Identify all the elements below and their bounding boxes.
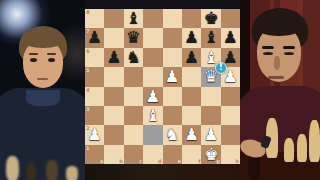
file-label-b: b [119,158,123,164]
square-a5: 5 [85,67,104,86]
white-pawn-a2: ♟ [85,125,104,144]
move-annotation-badge: ! [215,62,227,74]
player-eye [284,52,294,55]
black-bishop-c8: ♝ [124,9,143,28]
square-d7 [143,28,162,47]
player-brow [283,46,295,49]
square-f1: f [182,145,201,164]
square-d6 [143,48,162,67]
rank-label-1: 1 [86,145,89,151]
square-h7: ♟ [221,28,240,47]
black-king-g8: ♚ [201,9,220,28]
wooden-pawn-piece [297,134,307,162]
square-a1: 1a [85,145,104,164]
square-a4: 4 [85,87,104,106]
square-f3 [182,106,201,125]
rank-label-3: 3 [86,106,89,112]
square-b5 [104,67,123,86]
square-g2: ♟ [201,125,220,144]
square-d4: ♟ [143,87,162,106]
square-a2: 2♟ [85,125,104,144]
square-a3: 3 [85,106,104,125]
square-b1: b [104,145,123,164]
square-d1: d [143,145,162,164]
file-label-d: d [158,158,162,164]
square-d5 [143,67,162,86]
white-bishop-d3: ♝ [143,106,162,125]
player-brow [29,53,38,55]
white-pawn-f2: ♟ [182,125,201,144]
player-brow [262,46,274,49]
rank-label-6: 6 [86,48,89,54]
square-c6: ♞ [124,48,143,67]
square-h8 [221,9,240,28]
left-photo-young-player [0,0,85,180]
square-h2 [221,125,240,144]
square-b4 [104,87,123,106]
video-thumbnail: 8♝♚7♟♛♟♝♟6♟♞♟♝♟5♟♛♟4♟3♝2♟♞♟♟1abcdefg♚h! [0,0,320,180]
square-f4 [182,87,201,106]
player-fringe [22,34,64,48]
black-pawn-f7: ♟ [182,28,201,47]
rank-label-5: 5 [86,67,89,73]
square-f7: ♟ [182,28,201,47]
square-e8 [163,9,182,28]
chess-board: 8♝♚7♟♛♟♝♟6♟♞♟♝♟5♟♛♟4♟3♝2♟♞♟♟1abcdefg♚h! [85,9,240,164]
square-c3 [124,106,143,125]
blurred-chess-piece [6,156,19,180]
player-eye [263,52,273,55]
square-c7: ♛ [124,28,143,47]
square-c1: c [124,145,143,164]
square-a8: 8 [85,9,104,28]
square-b3 [104,106,123,125]
square-e1: e [163,145,182,164]
square-d2 [143,125,162,144]
file-label-a: a [100,158,103,164]
square-f5 [182,67,201,86]
square-c2 [124,125,143,144]
rank-label-4: 4 [86,87,89,93]
square-f2: ♟ [182,125,201,144]
jacket-collar [26,90,60,106]
square-e3 [163,106,182,125]
square-b8 [104,9,123,28]
white-pawn-d4: ♟ [143,87,162,106]
square-a7: 7♟ [85,28,104,47]
blurred-chess-piece [66,166,78,180]
black-pawn-f6: ♟ [182,48,201,67]
blurred-chess-piece [26,164,36,180]
square-g7: ♝ [201,28,220,47]
square-b6: ♟ [104,48,123,67]
file-label-c: c [139,158,142,164]
player-hairline [254,18,304,36]
black-queen-c7: ♛ [124,28,143,47]
player-mouth [268,76,284,79]
file-label-e: e [178,158,181,164]
square-b7 [104,28,123,47]
square-e6 [163,48,182,67]
square-c5 [124,67,143,86]
square-g1: g♚ [201,145,220,164]
white-knight-e2: ♞ [163,125,182,144]
square-h1: h [221,145,240,164]
square-h3 [221,106,240,125]
square-g8: ♚ [201,9,220,28]
square-f6: ♟ [182,48,201,67]
blurred-chess-piece [46,160,58,180]
black-pawn-a7: ♟ [85,28,104,47]
square-d3: ♝ [143,106,162,125]
square-g3 [201,106,220,125]
rank-label-8: 8 [86,9,89,15]
square-c4 [124,87,143,106]
black-bishop-g7: ♝ [201,28,220,47]
black-knight-c6: ♞ [124,48,143,67]
black-pawn-b6: ♟ [104,48,123,67]
square-f8 [182,9,201,28]
white-king-g1: ♚ [201,145,220,164]
square-e7 [163,28,182,47]
square-c8: ♝ [124,9,143,28]
wooden-pawn-piece [284,138,294,162]
square-e5: ♟ [163,67,182,86]
player-nose [274,56,280,70]
dark-strip-bottom [85,164,240,180]
square-g4 [201,87,220,106]
white-pawn-e5: ♟ [163,67,182,86]
wooden-king-piece [309,120,320,162]
player-eye [30,58,37,62]
square-b2 [104,125,123,144]
square-e4 [163,87,182,106]
file-label-h: h [236,158,240,164]
player-mouth [37,78,48,80]
player-brow [47,53,56,55]
square-e2: ♞ [163,125,182,144]
right-photo-grandmaster [240,0,320,180]
player-eye [48,58,55,62]
square-h4 [221,87,240,106]
file-label-f: f [198,158,200,164]
square-d8 [143,9,162,28]
square-a6: 6 [85,48,104,67]
white-pawn-g2: ♟ [201,125,220,144]
black-pawn-h7: ♟ [221,28,240,47]
